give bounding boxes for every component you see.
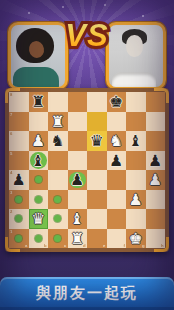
sparkle xyxy=(104,4,106,6)
square-e2[interactable] xyxy=(87,209,107,229)
square-g2[interactable] xyxy=(126,209,146,229)
sparkle xyxy=(62,6,64,8)
square-c6[interactable]: ♞ xyxy=(48,131,68,151)
square-h5[interactable]: ♟ xyxy=(146,151,166,171)
square-a3[interactable]: 3 xyxy=(9,190,29,210)
square-h7[interactable] xyxy=(146,112,166,132)
piece-white-rook[interactable]: ♜ xyxy=(48,112,68,132)
move-dot[interactable] xyxy=(54,235,61,242)
board-corner-decoration xyxy=(5,88,20,103)
square-h3[interactable] xyxy=(146,190,166,210)
piece-black-knight[interactable]: ♞ xyxy=(48,131,68,151)
square-c4[interactable] xyxy=(48,170,68,190)
square-h6[interactable] xyxy=(146,131,166,151)
square-g1[interactable]: ♚g xyxy=(126,229,146,249)
square-g5[interactable] xyxy=(126,151,146,171)
square-b1[interactable]: b xyxy=(29,229,49,249)
chess-board[interactable]: 8♜♚7♜6♟♞♛♞♝5♝♟♟♟4♟♟3♟2♛♝1abc♜def♚gh xyxy=(5,88,169,252)
file-label: g xyxy=(142,244,145,248)
piece-black-rook[interactable]: ♜ xyxy=(29,92,49,112)
piece-black-pawn[interactable]: ♟ xyxy=(107,151,127,171)
square-b8[interactable]: ♜ xyxy=(29,92,49,112)
avatar-shirt xyxy=(13,67,59,89)
square-g3[interactable]: ♟ xyxy=(126,190,146,210)
square-f1[interactable]: f xyxy=(107,229,127,249)
board-corner-decoration xyxy=(154,237,169,252)
piece-white-pawn[interactable]: ♟ xyxy=(126,190,146,210)
square-g7[interactable] xyxy=(126,112,146,132)
sparkle xyxy=(28,12,30,14)
square-h2[interactable] xyxy=(146,209,166,229)
square-b5[interactable]: ♝ xyxy=(29,151,49,171)
square-d1[interactable]: ♜d xyxy=(68,229,88,249)
move-dot[interactable] xyxy=(15,215,22,222)
piece-black-bishop[interactable]: ♝ xyxy=(29,151,49,171)
rank-label: 1 xyxy=(10,229,12,233)
square-f4[interactable] xyxy=(107,170,127,190)
square-d6[interactable] xyxy=(68,131,88,151)
piece-black-pawn[interactable]: ♟ xyxy=(146,151,166,171)
board-corner-decoration xyxy=(154,88,169,103)
square-b2[interactable]: ♛ xyxy=(29,209,49,229)
square-c8[interactable] xyxy=(48,92,68,112)
move-dot[interactable] xyxy=(35,196,42,203)
square-a7[interactable]: 7 xyxy=(9,112,29,132)
piece-black-king[interactable]: ♚ xyxy=(107,92,127,112)
file-label: e xyxy=(103,244,105,248)
square-f3[interactable] xyxy=(107,190,127,210)
file-label: f xyxy=(124,244,125,248)
square-a6[interactable]: 6 xyxy=(9,131,29,151)
square-c1[interactable]: c xyxy=(48,229,68,249)
play-with-friends-button[interactable]: 與朋友一起玩 xyxy=(0,277,174,310)
file-label: b xyxy=(44,244,47,248)
square-d2[interactable]: ♝ xyxy=(68,209,88,229)
square-b7[interactable] xyxy=(29,112,49,132)
square-d3[interactable] xyxy=(68,190,88,210)
square-f7[interactable] xyxy=(107,112,127,132)
vs-label: VS VS xyxy=(0,16,174,58)
app-screen: VS VS 8♜♚7♜6♟♞♛♞♝5♝♟♟♟4♟♟3♟2♛♝1abc♜def♚g… xyxy=(0,0,174,310)
square-d5[interactable] xyxy=(68,151,88,171)
file-label: a xyxy=(25,244,27,248)
move-dot[interactable] xyxy=(35,235,42,242)
avatar-shirt xyxy=(112,72,156,89)
square-e3[interactable] xyxy=(87,190,107,210)
piece-white-bishop[interactable]: ♝ xyxy=(68,209,88,229)
square-e8[interactable] xyxy=(87,92,107,112)
square-c7[interactable]: ♜ xyxy=(48,112,68,132)
square-d4[interactable]: ♟ xyxy=(68,170,88,190)
move-dot[interactable] xyxy=(54,196,61,203)
board-corner-decoration xyxy=(5,237,20,252)
move-dot[interactable] xyxy=(15,196,22,203)
piece-black-pawn[interactable]: ♟ xyxy=(68,170,88,190)
square-e1[interactable]: e xyxy=(87,229,107,249)
file-label: c xyxy=(64,244,66,248)
square-h4[interactable]: ♟ xyxy=(146,170,166,190)
file-label: d xyxy=(83,244,86,248)
square-f8[interactable]: ♚ xyxy=(107,92,127,112)
piece-black-bishop[interactable]: ♝ xyxy=(126,131,146,151)
rank-label: 2 xyxy=(10,209,12,213)
square-c2[interactable] xyxy=(48,209,68,229)
square-d7[interactable] xyxy=(68,112,88,132)
square-b3[interactable] xyxy=(29,190,49,210)
piece-white-pawn[interactable]: ♟ xyxy=(146,170,166,190)
square-b4[interactable] xyxy=(29,170,49,190)
piece-white-knight[interactable]: ♞ xyxy=(107,131,127,151)
square-f6[interactable]: ♞ xyxy=(107,131,127,151)
move-dot[interactable] xyxy=(35,176,42,183)
square-a4[interactable]: ♟4 xyxy=(9,170,29,190)
square-e5[interactable] xyxy=(87,151,107,171)
square-g4[interactable] xyxy=(126,170,146,190)
square-a5[interactable]: 5 xyxy=(9,151,29,171)
square-a2[interactable]: 2 xyxy=(9,209,29,229)
square-b6[interactable]: ♟ xyxy=(29,131,49,151)
square-g8[interactable] xyxy=(126,92,146,112)
square-c3[interactable] xyxy=(48,190,68,210)
move-dot[interactable] xyxy=(54,215,61,222)
square-g6[interactable]: ♝ xyxy=(126,131,146,151)
piece-black-queen[interactable]: ♛ xyxy=(87,131,107,151)
square-f2[interactable] xyxy=(107,209,127,229)
piece-white-pawn[interactable]: ♟ xyxy=(29,131,49,151)
rank-label: 5 xyxy=(10,151,12,155)
square-d8[interactable] xyxy=(68,92,88,112)
square-e7[interactable] xyxy=(87,112,107,132)
square-c5[interactable] xyxy=(48,151,68,171)
rank-label: 6 xyxy=(10,131,12,135)
rank-label: 7 xyxy=(10,112,12,116)
square-f5[interactable]: ♟ xyxy=(107,151,127,171)
square-e6[interactable]: ♛ xyxy=(87,131,107,151)
board-grid[interactable]: 8♜♚7♜6♟♞♛♞♝5♝♟♟♟4♟♟3♟2♛♝1abc♜def♚gh xyxy=(9,92,165,248)
rank-label: 3 xyxy=(10,190,12,194)
rank-label: 4 xyxy=(10,170,12,174)
piece-white-queen[interactable]: ♛ xyxy=(29,209,49,229)
square-e4[interactable] xyxy=(87,170,107,190)
